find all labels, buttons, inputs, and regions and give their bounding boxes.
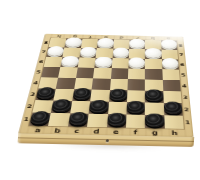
square-e5[interactable] [110, 68, 128, 79]
square-c5[interactable] [76, 67, 95, 78]
white-checker-c7[interactable]: ⛀ [79, 47, 97, 56]
square-h4[interactable] [162, 80, 180, 92]
file-label: g [67, 34, 83, 38]
product-photo-scene: ⛀⛀⛀⛀⛀⛀⛀⛀⛀⛀⛀⛀⛂⛂⛂⛂⛂⛂⛂⛂⛂⛂⛂⛂ abcdefgh abcdef… [0, 0, 200, 180]
white-checker-f8[interactable]: ⛀ [129, 39, 145, 48]
square-f2[interactable]: ⛂ [126, 102, 145, 115]
file-label: e [98, 35, 114, 39]
board-frame: ⛀⛀⛀⛀⛀⛀⛀⛀⛀⛀⛀⛀⛂⛂⛂⛂⛂⛂⛂⛂⛂⛂⛂⛂ abcdefgh abcdef… [18, 34, 194, 138]
black-checker-e3[interactable]: ⛂ [109, 89, 128, 100]
square-h5[interactable] [162, 69, 180, 80]
square-g7[interactable]: ⛀ [145, 49, 161, 59]
square-b4[interactable] [56, 78, 76, 89]
square-e1[interactable]: ⛂ [106, 114, 126, 128]
black-checker-e1[interactable]: ⛂ [107, 113, 127, 126]
checkers-board: ⛀⛀⛀⛀⛀⛀⛀⛀⛀⛀⛀⛀⛂⛂⛂⛂⛂⛂⛂⛂⛂⛂⛂⛂ abcdefgh abcdef… [18, 34, 194, 138]
square-d8[interactable]: ⛀ [97, 39, 114, 48]
square-f5[interactable] [128, 69, 145, 80]
white-checker-h8[interactable]: ⛀ [161, 40, 177, 49]
file-label: f [82, 35, 98, 39]
square-h6[interactable]: ⛀ [162, 59, 179, 69]
black-checker-h2[interactable]: ⛂ [163, 102, 182, 114]
square-e3[interactable]: ⛂ [109, 90, 128, 102]
square-b8[interactable]: ⛀ [65, 38, 83, 47]
square-g1[interactable]: ⛂ [145, 115, 164, 129]
white-checker-h6[interactable]: ⛀ [162, 58, 179, 68]
square-g6[interactable] [145, 59, 162, 69]
black-checker-g3[interactable]: ⛂ [145, 90, 163, 101]
black-checker-b2[interactable]: ⛂ [52, 99, 73, 111]
square-h1[interactable] [164, 115, 184, 129]
square-h8[interactable]: ⛀ [161, 40, 177, 49]
white-checker-d8[interactable]: ⛀ [97, 38, 114, 47]
square-f1[interactable] [126, 114, 145, 128]
file-label: c [129, 36, 145, 40]
square-d5[interactable] [93, 68, 111, 79]
square-c6[interactable] [78, 57, 96, 67]
file-label: d [114, 35, 130, 39]
file-label: h [51, 34, 68, 38]
black-checker-f2[interactable]: ⛂ [126, 101, 145, 113]
square-b5[interactable] [58, 67, 77, 78]
square-f8[interactable]: ⛀ [129, 40, 145, 49]
square-d1[interactable] [87, 114, 107, 128]
clasp-dot [106, 139, 109, 142]
rank-label: 8 [176, 41, 184, 50]
rank-label: 6 [178, 59, 187, 69]
black-checker-c3[interactable]: ⛂ [72, 88, 92, 99]
file-label: b [145, 36, 161, 40]
square-c7[interactable]: ⛀ [79, 48, 97, 58]
white-checker-g7[interactable]: ⛀ [145, 48, 161, 57]
square-h2[interactable]: ⛂ [163, 103, 182, 116]
white-checker-d6[interactable]: ⛀ [95, 57, 113, 67]
square-c1[interactable]: ⛂ [68, 113, 89, 127]
square-e7[interactable]: ⛀ [112, 49, 129, 59]
square-b6[interactable]: ⛀ [61, 57, 80, 67]
rank-label: 7 [177, 50, 185, 60]
square-e6[interactable] [111, 58, 128, 68]
square-f6[interactable]: ⛀ [128, 58, 145, 68]
white-checker-b8[interactable]: ⛀ [65, 38, 82, 47]
square-d4[interactable] [92, 78, 111, 90]
square-b2[interactable]: ⛂ [51, 101, 72, 114]
black-checker-d2[interactable]: ⛂ [89, 100, 109, 112]
white-checker-e7[interactable]: ⛀ [112, 48, 129, 57]
square-g5[interactable] [145, 69, 162, 80]
rank-label: 2 [182, 103, 192, 116]
black-checker-c1[interactable]: ⛂ [68, 112, 89, 125]
file-label: a [161, 36, 177, 40]
rank-label: 1 [183, 116, 193, 129]
rank-label: 3 [181, 91, 190, 103]
board-photo-tilt: ⛀⛀⛀⛀⛀⛀⛀⛀⛀⛀⛀⛀⛂⛂⛂⛂⛂⛂⛂⛂⛂⛂⛂⛂ abcdefgh abcdef… [0, 0, 200, 180]
square-c3[interactable]: ⛂ [72, 89, 92, 101]
square-g3[interactable]: ⛂ [145, 91, 163, 103]
square-b1[interactable] [48, 113, 70, 127]
square-d6[interactable]: ⛀ [94, 58, 112, 68]
rank-label: 4 [180, 80, 189, 91]
white-checker-f6[interactable]: ⛀ [128, 58, 145, 68]
square-d2[interactable]: ⛂ [89, 101, 109, 114]
board-field: ⛀⛀⛀⛀⛀⛀⛀⛀⛀⛀⛀⛀⛂⛂⛂⛂⛂⛂⛂⛂⛂⛂⛂⛂ [29, 38, 184, 129]
rank-label: 5 [179, 70, 188, 81]
square-f4[interactable] [127, 79, 145, 91]
white-checker-b6[interactable]: ⛀ [61, 56, 79, 66]
black-checker-g1[interactable]: ⛂ [145, 114, 164, 127]
